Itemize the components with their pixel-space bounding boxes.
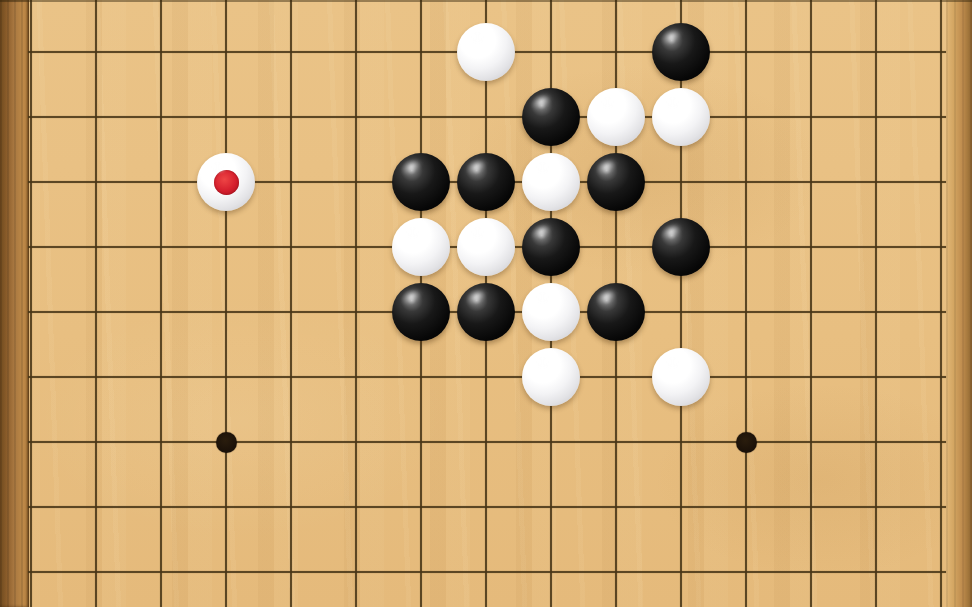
stone-black — [652, 23, 710, 81]
grid-line-vertical — [225, 0, 227, 607]
stone-white — [392, 218, 450, 276]
grid-line-vertical — [810, 0, 812, 607]
stone-white — [522, 153, 580, 211]
stone-black — [392, 153, 450, 211]
grid-line-vertical — [30, 0, 32, 607]
grid-line-vertical — [160, 0, 162, 607]
stone-black — [587, 153, 645, 211]
stone-white — [522, 348, 580, 406]
stone-black — [587, 283, 645, 341]
top-edge-line — [0, 0, 972, 2]
stone-white — [457, 23, 515, 81]
stone-black — [457, 283, 515, 341]
grid-line-vertical — [95, 0, 97, 607]
star-point — [736, 432, 757, 453]
last-move-marker — [214, 170, 239, 195]
grid-line-horizontal — [28, 506, 946, 508]
stone-white — [652, 88, 710, 146]
grid-line-horizontal — [28, 376, 946, 378]
stone-black — [457, 153, 515, 211]
grid-line-vertical — [355, 0, 357, 607]
grid-line-vertical — [290, 0, 292, 607]
stone-white — [457, 218, 515, 276]
grid-line-vertical — [875, 0, 877, 607]
stone-white — [522, 283, 580, 341]
grid-line-vertical — [745, 0, 747, 607]
grid-line-horizontal — [28, 116, 946, 118]
grid-line-horizontal — [28, 441, 946, 443]
stone-black — [392, 283, 450, 341]
stone-black — [522, 218, 580, 276]
board-right-edge — [946, 0, 972, 607]
stone-white — [587, 88, 645, 146]
gomoku-board[interactable] — [0, 0, 972, 607]
board-left-edge — [0, 0, 29, 607]
stone-white — [197, 153, 255, 211]
stone-white — [652, 348, 710, 406]
grid-line-horizontal — [28, 571, 946, 573]
stone-black — [522, 88, 580, 146]
stone-black — [652, 218, 710, 276]
grid-line-vertical — [940, 0, 942, 607]
star-point — [216, 432, 237, 453]
